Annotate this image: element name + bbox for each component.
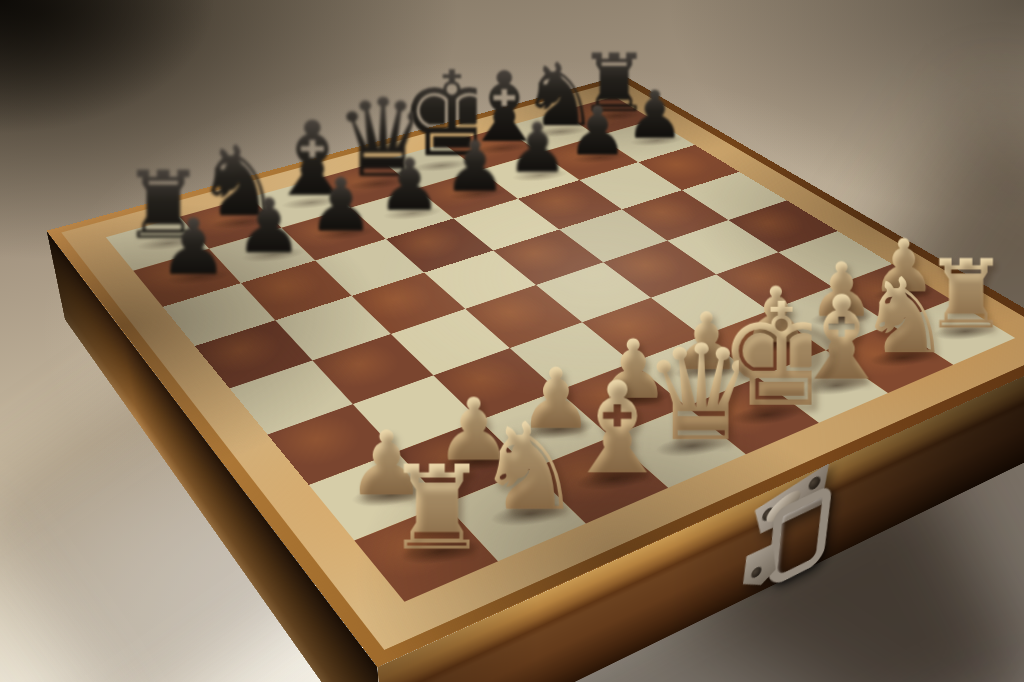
- piece-black-pawn-b7[interactable]: ♟: [226, 190, 312, 262]
- piece-black-pawn-a7[interactable]: ♟: [149, 210, 237, 284]
- perspective-stage: ♜♞♝♛♚♝♞♜♟♟♟♟♟♟♟♟♟♟♟♟♟♟♟♟♜♞♝♛♚♝♞♜: [0, 0, 1024, 682]
- latch-catch-plate: [743, 540, 777, 596]
- piece-white-rook-a1[interactable]: ♜: [383, 452, 489, 563]
- chess-box: ♜♞♝♛♚♝♞♜♟♟♟♟♟♟♟♟♟♟♟♟♟♟♟♟♜♞♝♛♚♝♞♜: [47, 75, 1024, 667]
- screw-hole-icon: [751, 565, 761, 580]
- photo-background: ♜♞♝♛♚♝♞♜♟♟♟♟♟♟♟♟♟♟♟♟♟♟♟♟♜♞♝♛♚♝♞♜: [0, 0, 1024, 682]
- piece-white-knight-b1[interactable]: ♞: [475, 411, 578, 526]
